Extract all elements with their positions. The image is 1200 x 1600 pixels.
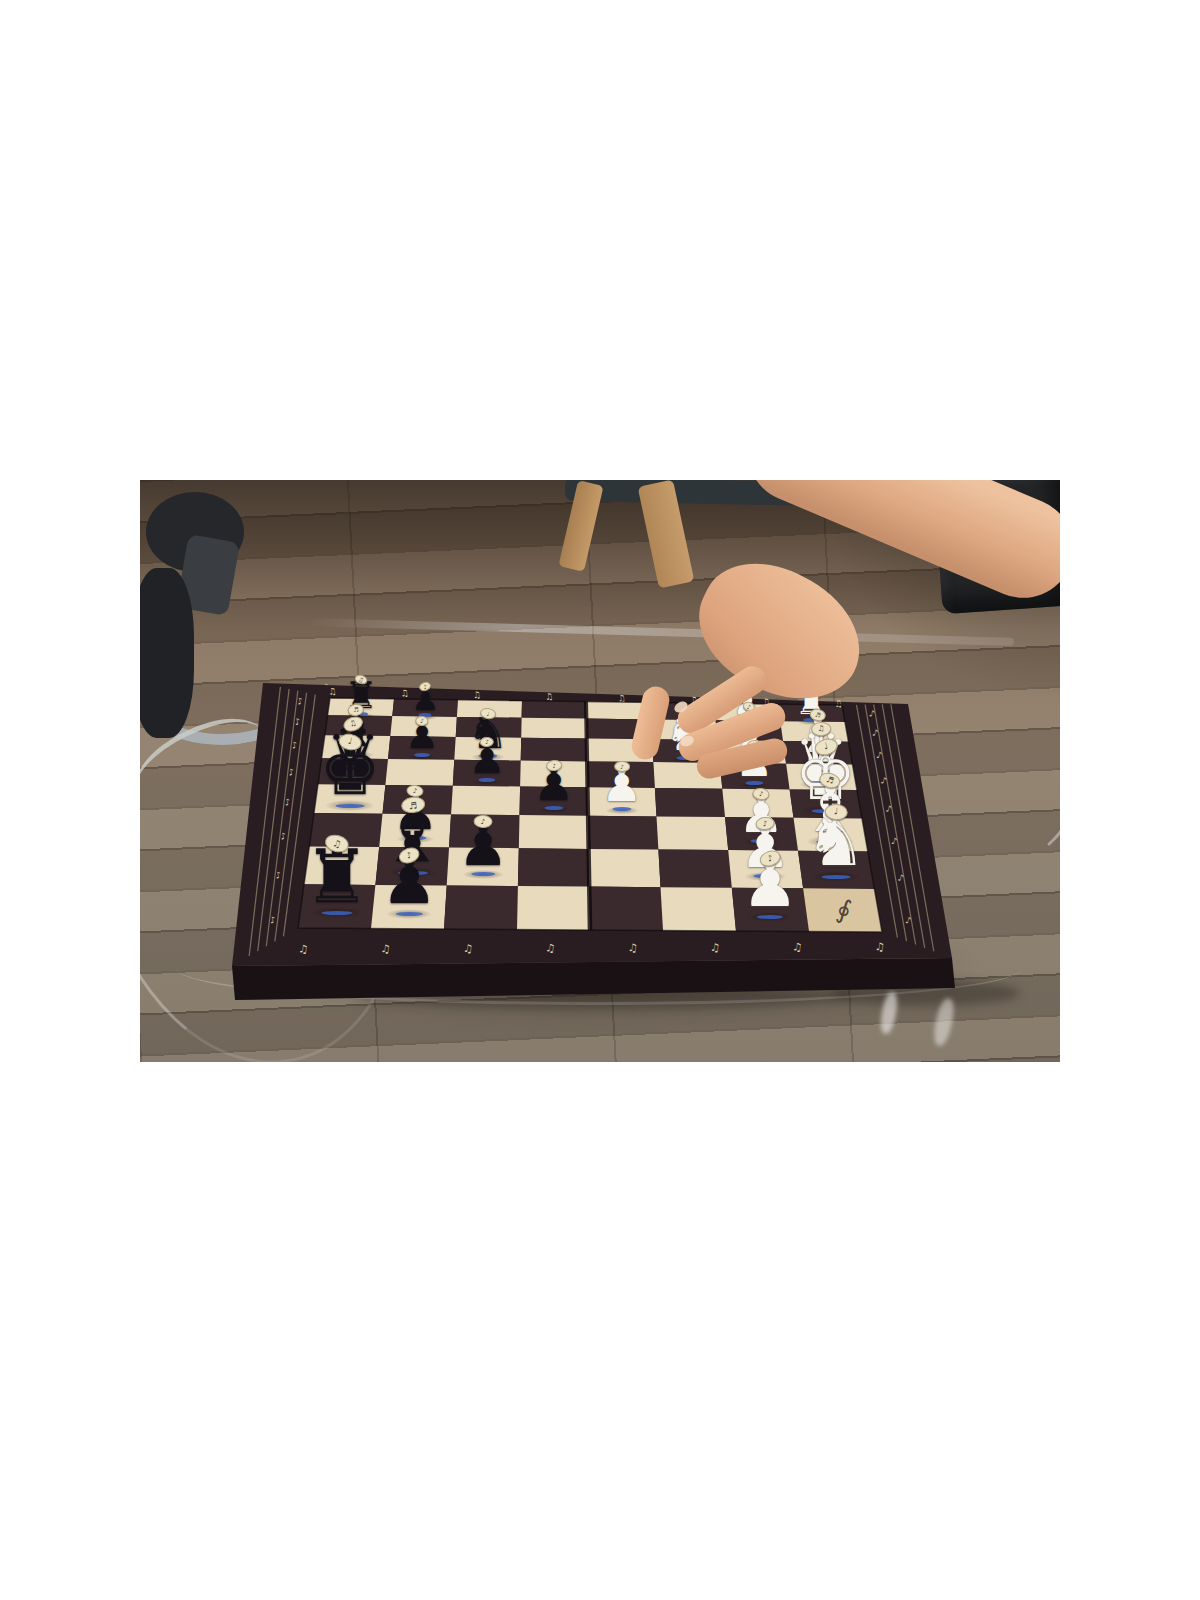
blue-base-ring: [322, 911, 353, 915]
piece-black-king-e8[interactable]: ♚♩: [317, 738, 382, 807]
disc-note-glyph: ♪: [485, 739, 489, 745]
pieces-layer: ♜♫♟♪♟♪♜♫♟♪♝♬♟♪♞♩♞♩♟♪♝♬♛♫♟♪♟♪♛♫♚♩♟♪♟♪♚♩♟♪…: [140, 480, 1060, 1062]
disc-note-glyph: ♫: [818, 725, 825, 733]
blue-base-ring: [336, 804, 365, 808]
blue-base-ring: [821, 875, 850, 879]
blue-base-ring: [612, 807, 631, 811]
disc-note-glyph: ♫: [332, 838, 343, 849]
disc-note-glyph: ♪: [750, 721, 754, 727]
piece-white-knight-g1[interactable]: ♞♩: [803, 809, 868, 878]
disc-note-glyph: ♪: [759, 790, 764, 797]
disc-note-glyph: ♪: [766, 853, 774, 862]
piece-white-pawn-h2[interactable]: ♟♪: [740, 855, 799, 918]
piece-white-pawn-e4[interactable]: ♟♪: [600, 764, 643, 810]
blue-base-ring: [396, 912, 422, 916]
music-note-disc: ♪: [745, 719, 759, 729]
piece-black-pawn-c7[interactable]: ♟♪: [404, 718, 440, 756]
photo: ∮♪♪♪♪♪♪♪♪♪♪♪♪♪♪♪♪♫♫♫♫♫♫♫♫♫♫♫♫♫♫♫♫ ♜♫♟♪♟♪…: [140, 480, 1060, 1062]
blue-base-ring: [414, 753, 430, 757]
disc-note-glyph: ♪: [744, 688, 749, 695]
disc-note-glyph: ♪: [752, 742, 757, 749]
disc-note-glyph: ♩: [822, 742, 828, 752]
disc-note-glyph: ♪: [620, 763, 624, 769]
disc-note-glyph: ♪: [763, 820, 768, 828]
music-note-disc: ♪: [614, 761, 630, 773]
disc-note-glyph: ♫: [349, 719, 358, 729]
disc-note-glyph: ♬: [353, 706, 359, 713]
piece-black-pawn-e5[interactable]: ♟♪: [532, 763, 575, 809]
disc-note-glyph: ♩: [486, 710, 490, 716]
piece-black-pawn-a7[interactable]: ♟♪: [410, 685, 440, 716]
blue-base-ring: [471, 872, 495, 876]
piece-black-rook-h8[interactable]: ♜♫: [302, 841, 372, 915]
disc-note-glyph: ♪: [551, 763, 556, 769]
piece-black-pawn-d6[interactable]: ♟♪: [467, 740, 506, 781]
disc-note-glyph: ♬: [408, 800, 417, 810]
piece-black-pawn-h7[interactable]: ♟♪: [380, 852, 439, 915]
music-note-disc: ♪: [415, 716, 428, 726]
music-note-disc: ♫: [811, 722, 831, 736]
piece-black-pawn-g6[interactable]: ♟♪: [456, 819, 509, 875]
disc-note-glyph: ♪: [420, 717, 424, 723]
disc-note-glyph: ♩: [684, 712, 688, 718]
disc-note-glyph: ♪: [405, 851, 413, 860]
disc-note-glyph: ♫: [357, 676, 364, 683]
blue-base-ring: [544, 806, 563, 810]
piece-white-pawn-d2[interactable]: ♟♪: [735, 743, 774, 784]
disc-note-glyph: ♪: [423, 683, 428, 690]
blue-base-ring: [757, 915, 783, 919]
disc-note-glyph: ♪: [413, 787, 418, 794]
disc-note-glyph: ♬: [826, 776, 836, 786]
held-piece-white-knight-c3[interactable]: ♞♩: [664, 713, 708, 759]
disc-note-glyph: ♪: [746, 703, 751, 710]
music-note-disc: ♪: [473, 814, 492, 828]
disc-note-glyph: ♩: [833, 808, 838, 817]
disc-note-glyph: ♫: [808, 683, 814, 690]
disc-note-glyph: ♪: [481, 818, 486, 825]
disc-note-glyph: ♬: [814, 711, 821, 718]
screenshot-canvas: { "game": "chess", "position": { "fen": …: [0, 0, 1200, 1600]
disc-note-glyph: ♩: [347, 737, 353, 747]
